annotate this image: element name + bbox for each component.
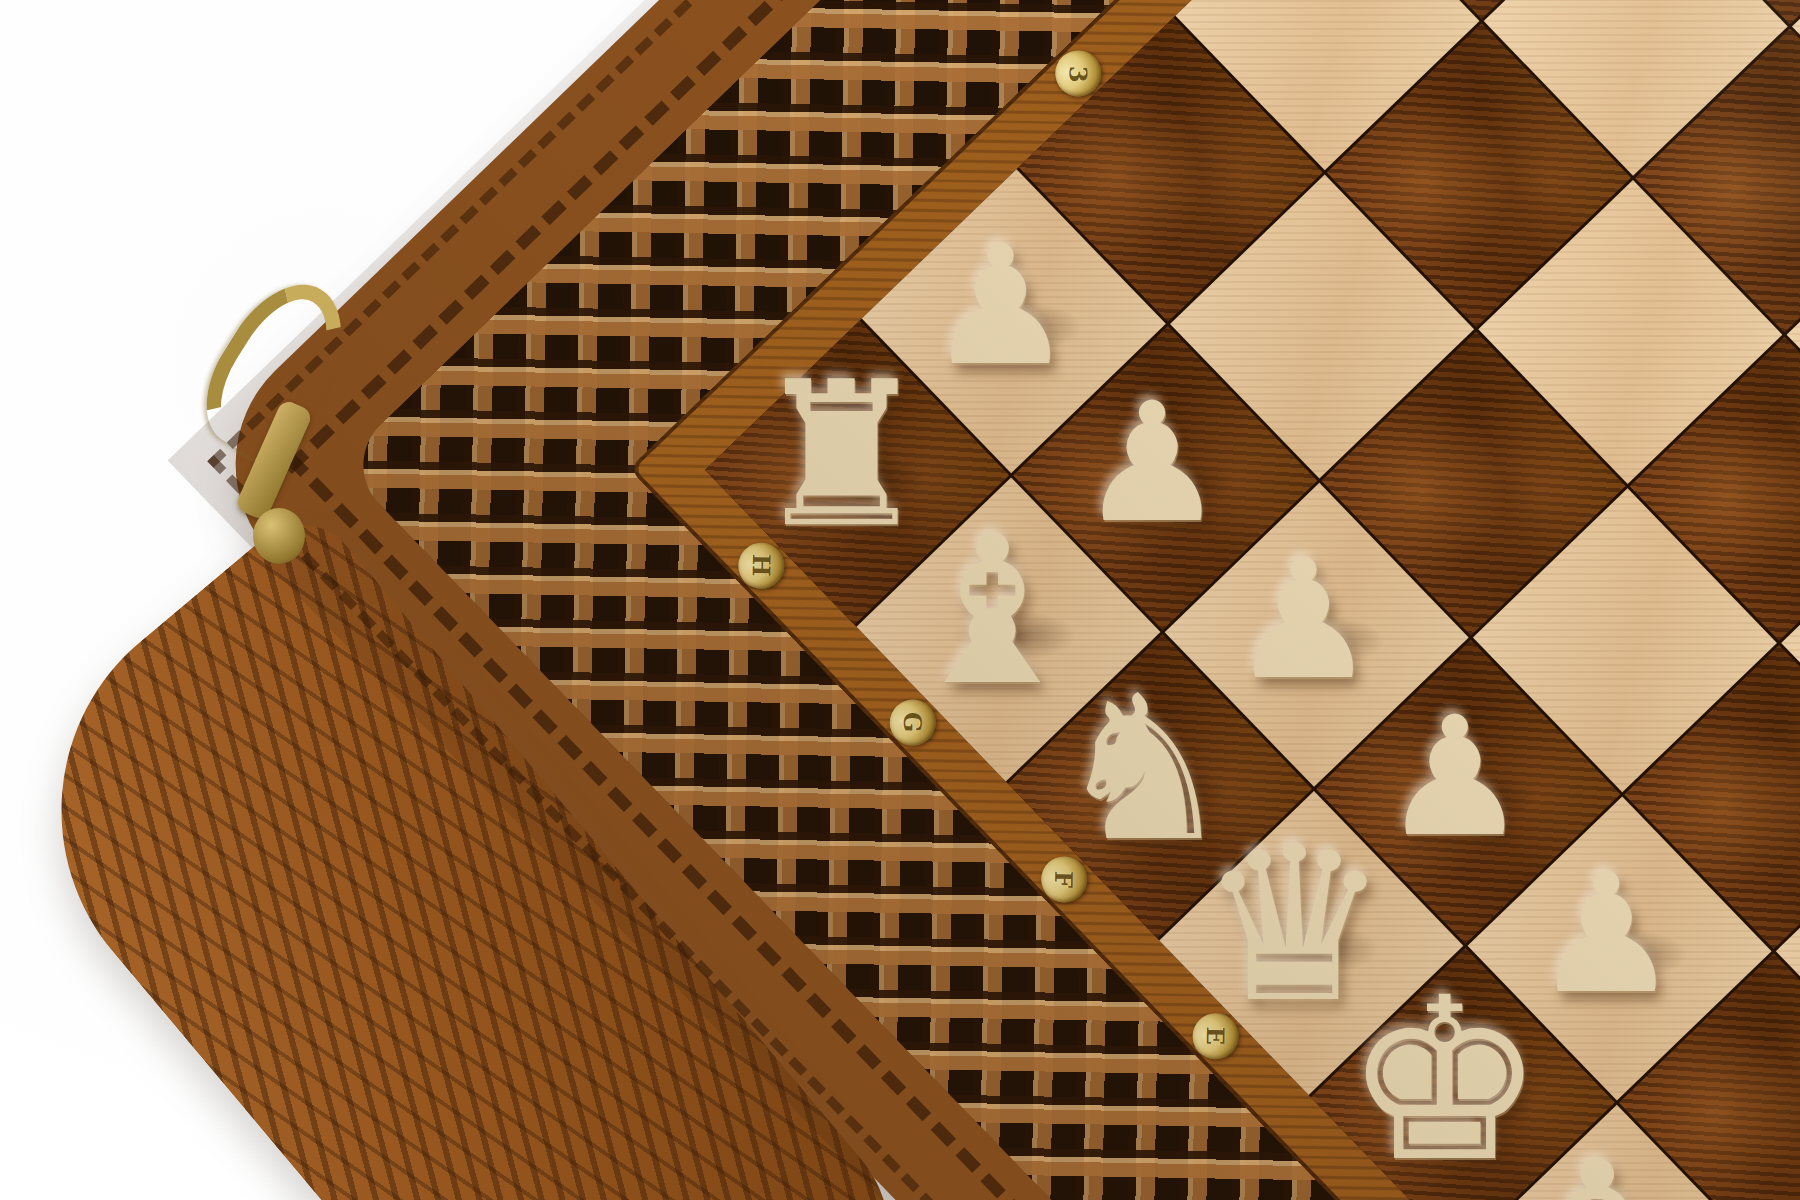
- white-pawn-d2: ♟: [1532, 852, 1680, 1017]
- white-pawn-h2: ♟: [926, 224, 1074, 389]
- stud-letter: 3: [1063, 65, 1092, 82]
- white-bishop-c1-partial: ♝: [1503, 1134, 1691, 1200]
- white-pawn-e2: ♟: [1380, 695, 1528, 860]
- photo-stage: { "game": "chess", "scene": { "descripti…: [0, 0, 1800, 1200]
- latch-knot-icon: [253, 508, 305, 564]
- brass-latch: [205, 272, 335, 592]
- white-pawn-f2: ♟: [1229, 538, 1377, 703]
- white-pawn-g2: ♟: [1078, 381, 1226, 546]
